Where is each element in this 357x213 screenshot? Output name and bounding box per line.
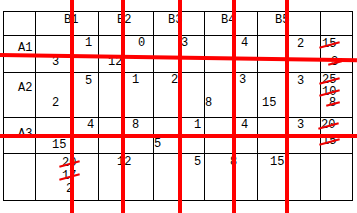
cost-A2-B4: 3 [239,75,246,86]
transportation-tableau: B1 B2 B3 B4 B5 A1 A2 A3 1 0 3 4 2 5 1 2 … [0,0,357,213]
elimination-line-col-B5 [285,0,289,213]
grid-line [320,11,321,200]
elimination-line-col-B1 [70,0,74,213]
grid-line [3,11,4,200]
cost-A1-B1: 1 [85,38,92,49]
grid-line [35,11,36,200]
row-header-A2: A2 [18,83,32,94]
cost-A3-B4: 4 [241,120,248,131]
cost-A1-B2: 0 [138,38,145,49]
cost-A1-B5: 2 [297,39,304,50]
alloc-A3-B3: 5 [154,139,161,150]
cost-A2-B2: 1 [132,75,139,86]
demand-B5: 15 [270,157,284,168]
alloc-A2-B1: 2 [52,98,59,109]
cost-A3-B2: 8 [132,120,139,131]
elimination-line-col-B4 [232,0,236,213]
alloc-A2-B4: 8 [205,98,212,109]
elimination-line-col-B3 [178,0,182,213]
grid-line [153,11,154,200]
alloc-A2-B5: 15 [262,98,276,109]
cost-A3-B5: 3 [297,120,304,131]
cost-A3-B3: 1 [194,120,201,131]
cost-A2-B5: 3 [297,76,304,87]
alloc-A1-B1: 3 [52,57,59,68]
supply-A3-0: 20 [321,120,335,131]
supply-A1-0: 15 [322,39,336,50]
elimination-line-row-A3 [0,134,357,138]
grid-line [352,11,353,200]
cost-A1-B3: 3 [181,38,188,49]
demand-B3: 5 [194,157,201,168]
elimination-line-col-B2 [121,0,125,213]
supply-A2-2: 8 [329,98,336,109]
alloc-A3-B1: 15 [52,140,66,151]
cost-A2-B1: 5 [85,76,92,87]
grid-line [257,11,258,200]
cost-A1-B4: 4 [241,38,248,49]
grid-line [98,11,99,200]
cost-A3-B1: 4 [87,120,94,131]
